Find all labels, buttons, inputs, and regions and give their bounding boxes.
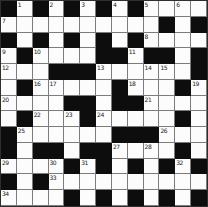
black-cell-r8c6: [80, 111, 96, 127]
white-cell-r12c12[interactable]: [175, 174, 191, 190]
white-cell-r12c10[interactable]: [144, 174, 160, 190]
black-cell-r9c9: [128, 127, 144, 143]
black-cell-r11c7: [96, 159, 112, 175]
white-cell-r3c11[interactable]: [159, 33, 175, 49]
white-cell-r1c6[interactable]: 3: [80, 1, 96, 17]
black-cell-r1c9: [128, 1, 144, 17]
black-cell-r11c11: [159, 159, 175, 175]
white-cell-r8c7[interactable]: 24: [96, 111, 112, 127]
black-cell-r9c1: [1, 127, 17, 143]
white-cell-r12c13[interactable]: [191, 174, 207, 190]
white-cell-r2c9[interactable]: [128, 17, 144, 33]
white-cell-r3c12[interactable]: [175, 33, 191, 49]
clue-number-10: 10: [34, 48, 41, 55]
black-cell-r4c10: [144, 48, 160, 64]
clue-number-23: 23: [65, 111, 72, 118]
white-cell-r11c2[interactable]: [17, 159, 33, 175]
black-cell-r6c2: [17, 80, 33, 96]
white-cell-r13c3[interactable]: [33, 190, 49, 206]
clue-number-25: 25: [18, 127, 25, 134]
black-cell-r11c9: [128, 159, 144, 175]
white-cell-r3c6[interactable]: [80, 33, 96, 49]
white-cell-r7c4[interactable]: [49, 96, 65, 112]
white-cell-r11c8[interactable]: [112, 159, 128, 175]
white-cell-r10c11[interactable]: [159, 143, 175, 159]
white-cell-r2c5[interactable]: [64, 17, 80, 33]
white-cell-r6c10[interactable]: [144, 80, 160, 96]
clue-number-24: 24: [97, 111, 104, 118]
white-cell-r2c7[interactable]: [96, 17, 112, 33]
white-cell-r7c7[interactable]: [96, 96, 112, 112]
clue-number-18: 18: [129, 80, 136, 87]
black-cell-r3c7: [96, 33, 112, 49]
black-cell-r4c8: [112, 48, 128, 64]
white-cell-r1c2[interactable]: 1: [17, 1, 33, 17]
white-cell-r1c8[interactable]: 4: [112, 1, 128, 17]
black-cell-r5c4: [49, 64, 65, 80]
clue-number-20: 20: [2, 96, 9, 103]
black-cell-r12c3: [33, 174, 49, 190]
clue-number-28: 28: [145, 143, 152, 150]
black-cell-r4c7: [96, 48, 112, 64]
white-cell-r9c13[interactable]: [191, 127, 207, 143]
white-cell-r12c2[interactable]: [17, 174, 33, 190]
white-cell-r8c4[interactable]: [49, 111, 65, 127]
white-cell-r8c11[interactable]: [159, 111, 175, 127]
clue-number-9: 9: [2, 48, 5, 55]
white-cell-r12c6[interactable]: [80, 174, 96, 190]
white-cell-r9c7[interactable]: [96, 127, 112, 143]
black-cell-r3c9: [128, 33, 144, 49]
white-cell-r2c12[interactable]: [175, 17, 191, 33]
white-cell-r5c3[interactable]: [33, 64, 49, 80]
white-cell-r11c12[interactable]: 32: [175, 159, 191, 175]
white-cell-r12c5[interactable]: [64, 174, 80, 190]
white-cell-r1c13[interactable]: [191, 1, 207, 17]
black-cell-r4c11: [159, 48, 175, 64]
white-cell-r13c8[interactable]: [112, 190, 128, 206]
clue-number-4: 4: [113, 1, 116, 8]
black-cell-r12c1: [1, 174, 17, 190]
white-cell-r4c6[interactable]: [80, 48, 96, 64]
white-cell-r10c8[interactable]: 27: [112, 143, 128, 159]
white-cell-r11c6[interactable]: 31: [80, 159, 96, 175]
black-cell-r5c6: [80, 64, 96, 80]
white-cell-r9c11[interactable]: 26: [159, 127, 175, 143]
white-cell-r5c8[interactable]: [112, 64, 128, 80]
clue-number-17: 17: [50, 80, 57, 87]
black-cell-r4c2: [17, 48, 33, 64]
white-cell-r5c11[interactable]: 15: [159, 64, 175, 80]
clue-number-7: 7: [2, 17, 5, 24]
clue-number-21: 21: [145, 96, 152, 103]
black-cell-r9c8: [112, 127, 128, 143]
white-cell-r8c13[interactable]: [191, 111, 207, 127]
black-cell-r1c3: [33, 1, 49, 17]
white-cell-r7c11[interactable]: [159, 96, 175, 112]
white-cell-r4c1[interactable]: 9: [1, 48, 17, 64]
black-cell-r8c12: [175, 111, 191, 127]
clue-number-22: 22: [34, 111, 41, 118]
white-cell-r11c1[interactable]: 29: [1, 159, 17, 175]
black-cell-r13c7: [96, 190, 112, 206]
white-cell-r4c4[interactable]: [49, 48, 65, 64]
white-cell-r9c6[interactable]: [80, 127, 96, 143]
white-cell-r7c3[interactable]: [33, 96, 49, 112]
white-cell-r5c12[interactable]: [175, 64, 191, 80]
white-cell-r8c1[interactable]: [1, 111, 17, 127]
white-cell-r8c9[interactable]: [128, 111, 144, 127]
white-cell-r2c10[interactable]: [144, 17, 160, 33]
black-cell-r11c13: [191, 159, 207, 175]
white-cell-r3c4[interactable]: [49, 33, 65, 49]
white-cell-r1c10[interactable]: 5: [144, 1, 160, 17]
white-cell-r6c5[interactable]: [64, 80, 80, 96]
white-cell-r2c8[interactable]: [112, 17, 128, 33]
clue-number-26: 26: [160, 127, 167, 134]
black-cell-r4c13: [191, 48, 207, 64]
clue-number-11: 11: [129, 48, 136, 55]
white-cell-r5c1[interactable]: 12: [1, 64, 17, 80]
clue-number-1: 1: [18, 1, 21, 8]
black-cell-r7c6: [80, 96, 96, 112]
white-cell-r7c2[interactable]: [17, 96, 33, 112]
white-cell-r9c2[interactable]: 25: [17, 127, 33, 143]
white-cell-r11c3[interactable]: [33, 159, 49, 175]
white-cell-r7c12[interactable]: [175, 96, 191, 112]
black-cell-r3c3: [33, 33, 49, 49]
white-cell-r9c3[interactable]: [33, 127, 49, 143]
black-cell-r10c1: [1, 143, 17, 159]
white-cell-r5c9[interactable]: [128, 64, 144, 80]
white-cell-r13c12[interactable]: [175, 190, 191, 206]
clue-number-33: 33: [50, 174, 57, 181]
clue-number-31: 31: [81, 159, 88, 166]
white-cell-r10c13[interactable]: [191, 143, 207, 159]
clue-number-13: 13: [97, 64, 104, 71]
black-cell-r3c5: [64, 33, 80, 49]
white-cell-r13c4[interactable]: [49, 190, 65, 206]
clue-number-32: 32: [176, 159, 183, 166]
white-cell-r10c2[interactable]: [17, 143, 33, 159]
white-cell-r6c13[interactable]: 19: [191, 80, 207, 96]
white-cell-r6c4[interactable]: 17: [49, 80, 65, 96]
white-cell-r8c10[interactable]: [144, 111, 160, 127]
white-cell-r6c3[interactable]: 16: [33, 80, 49, 96]
clue-number-19: 19: [192, 80, 199, 87]
black-cell-r5c5: [64, 64, 80, 80]
clue-number-14: 14: [145, 64, 152, 71]
clue-number-6: 6: [176, 1, 179, 8]
black-cell-r10c12: [175, 143, 191, 159]
white-cell-r2c4[interactable]: [49, 17, 65, 33]
clue-number-30: 30: [50, 159, 57, 166]
black-cell-r1c5: [64, 1, 80, 17]
white-cell-r13c6[interactable]: [80, 190, 96, 206]
clue-number-29: 29: [2, 159, 9, 166]
white-cell-r5c7[interactable]: 13: [96, 64, 112, 80]
white-cell-r4c3[interactable]: 10: [33, 48, 49, 64]
black-cell-r6c12: [175, 80, 191, 96]
black-cell-r5c13: [191, 64, 207, 80]
black-cell-r13c11: [159, 190, 175, 206]
white-cell-r2c2[interactable]: [17, 17, 33, 33]
white-cell-r11c4[interactable]: 30: [49, 159, 65, 175]
white-cell-r7c13[interactable]: [191, 96, 207, 112]
white-cell-r5c2[interactable]: [17, 64, 33, 80]
white-cell-r2c3[interactable]: [33, 17, 49, 33]
white-cell-r12c4[interactable]: 33: [49, 174, 65, 190]
black-cell-r7c5: [64, 96, 80, 112]
white-cell-r6c9[interactable]: 18: [128, 80, 144, 96]
white-cell-r11c10[interactable]: [144, 159, 160, 175]
white-cell-r12c9[interactable]: [128, 174, 144, 190]
white-cell-r9c12[interactable]: [175, 127, 191, 143]
white-cell-r4c12[interactable]: [175, 48, 191, 64]
black-cell-r7c8: [112, 96, 128, 112]
clue-number-27: 27: [113, 143, 120, 150]
black-cell-r11c5: [64, 159, 80, 175]
black-cell-r6c8: [112, 80, 128, 96]
white-cell-r8c3[interactable]: 22: [33, 111, 49, 127]
clue-number-2: 2: [50, 1, 53, 8]
white-cell-r3c10[interactable]: 8: [144, 33, 160, 49]
clue-number-34: 34: [2, 190, 9, 197]
white-cell-r6c7[interactable]: [96, 80, 112, 96]
white-cell-r7c10[interactable]: 21: [144, 96, 160, 112]
white-cell-r10c9[interactable]: [128, 143, 144, 159]
black-cell-r3c1: [1, 33, 17, 49]
white-cell-r9c4[interactable]: [49, 127, 65, 143]
black-cell-r13c5: [64, 190, 80, 206]
white-cell-r8c5[interactable]: 23: [64, 111, 80, 127]
black-cell-r13c13: [191, 190, 207, 206]
black-cell-r13c9: [128, 190, 144, 206]
white-cell-r1c12[interactable]: 6: [175, 1, 191, 17]
white-cell-r2c1[interactable]: 7: [1, 17, 17, 33]
black-cell-r9c10: [144, 127, 160, 143]
clue-number-12: 12: [2, 64, 9, 71]
white-cell-r3c2[interactable]: [17, 33, 33, 49]
clue-number-3: 3: [81, 1, 84, 8]
white-cell-r13c10[interactable]: [144, 190, 160, 206]
white-cell-r12c11[interactable]: [159, 174, 175, 190]
clue-number-5: 5: [145, 1, 148, 8]
black-cell-r10c7: [96, 143, 112, 159]
white-cell-r1c4[interactable]: 2: [49, 1, 65, 17]
white-cell-r7c1[interactable]: 20: [1, 96, 17, 112]
white-cell-r4c9[interactable]: 11: [128, 48, 144, 64]
white-cell-r12c7[interactable]: [96, 174, 112, 190]
white-cell-r4c5[interactable]: [64, 48, 80, 64]
white-cell-r2c6[interactable]: [80, 17, 96, 33]
black-cell-r1c7: [96, 1, 112, 17]
clue-number-8: 8: [145, 33, 148, 40]
black-cell-r10c4: [49, 143, 65, 159]
black-cell-r7c9: [128, 96, 144, 112]
white-cell-r3c13[interactable]: [191, 33, 207, 49]
white-cell-r3c8[interactable]: [112, 33, 128, 49]
white-cell-r1c11[interactable]: [159, 1, 175, 17]
black-cell-r2c11: [159, 17, 175, 33]
white-cell-r6c6[interactable]: [80, 80, 96, 96]
crossword-grid: 1234567891011121314151617181920212223242…: [0, 0, 208, 207]
white-cell-r10c5[interactable]: [64, 143, 80, 159]
black-cell-r10c3: [33, 143, 49, 159]
clue-number-15: 15: [160, 64, 167, 71]
white-cell-r13c1[interactable]: 34: [1, 190, 17, 206]
white-cell-r6c1[interactable]: [1, 80, 17, 96]
black-cell-r10c6: [80, 143, 96, 159]
white-cell-r8c8[interactable]: [112, 111, 128, 127]
white-cell-r12c8[interactable]: [112, 174, 128, 190]
black-cell-r1c1: [1, 1, 17, 17]
black-cell-r2c13: [191, 17, 207, 33]
white-cell-r5c10[interactable]: 14: [144, 64, 160, 80]
clue-number-16: 16: [34, 80, 41, 87]
white-cell-r10c10[interactable]: 28: [144, 143, 160, 159]
white-cell-r13c2[interactable]: [17, 190, 33, 206]
black-cell-r8c2: [17, 111, 33, 127]
white-cell-r9c5[interactable]: [64, 127, 80, 143]
white-cell-r6c11[interactable]: [159, 80, 175, 96]
